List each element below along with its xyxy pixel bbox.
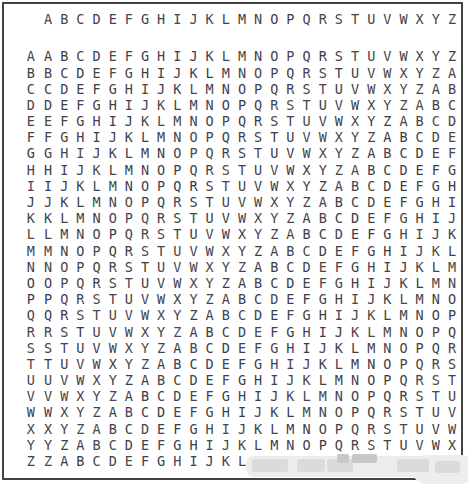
grid-cell: H xyxy=(379,243,395,259)
grid-cell: Y xyxy=(121,357,137,373)
tabula-recta-page: ABCDEFGHIJKLMNOPQRSTUVWXYZ AABCDEFGHIJKL… xyxy=(0,0,468,489)
grid-cell: O xyxy=(331,405,347,421)
grid-cell: T xyxy=(299,98,315,114)
grid-cell: S xyxy=(40,340,56,356)
grid-cell: Y xyxy=(218,259,234,275)
grid-cell: O xyxy=(315,421,331,437)
grid-cell: Q xyxy=(428,340,444,356)
grid-cell: H xyxy=(185,438,201,454)
grid-cell: K xyxy=(250,421,266,437)
grid-cell: Q xyxy=(88,259,104,275)
grid-cell: G xyxy=(88,98,104,114)
grid-cell: L xyxy=(395,292,411,308)
grid-cell: M xyxy=(299,405,315,421)
grid-cell: L xyxy=(169,98,185,114)
grid-cell: O xyxy=(347,389,363,405)
grid-cell: Y xyxy=(412,65,428,81)
column-header-row: ABCDEFGHIJKLMNOPQRSTUVWXYZ xyxy=(4,12,460,28)
grid-cell: X xyxy=(315,146,331,162)
grid-cell: X xyxy=(347,114,363,130)
grid-cell: S xyxy=(234,146,250,162)
grid-cell: I xyxy=(315,324,331,340)
grid-cell: O xyxy=(299,438,315,454)
grid-cell: E xyxy=(395,179,411,195)
grid-cell: F xyxy=(137,454,153,470)
grid-cell: P xyxy=(428,324,444,340)
grid-cell: K xyxy=(363,308,379,324)
grid-cell: Y xyxy=(282,195,298,211)
grid-cell: E xyxy=(315,259,331,275)
grid-cell: Z xyxy=(40,454,56,470)
grid-cell: G xyxy=(315,292,331,308)
grid-cell: W xyxy=(169,276,185,292)
grid-cell: B xyxy=(72,454,88,470)
grid-cell: A xyxy=(40,49,56,65)
grid-cell: P xyxy=(363,389,379,405)
grid-cell: B xyxy=(56,49,72,65)
grid-cell: J xyxy=(121,114,137,130)
grid-cell: U xyxy=(363,49,379,65)
grid-cell: Q xyxy=(379,389,395,405)
column-header-cell: N xyxy=(250,12,266,28)
grid-cell: G xyxy=(331,276,347,292)
row-header-cell: E xyxy=(4,114,40,130)
grid-cell: C xyxy=(347,195,363,211)
grid-cell: Q xyxy=(363,405,379,421)
grid-cell: Y xyxy=(137,340,153,356)
grid-cell: O xyxy=(363,373,379,389)
grid-cell: Q xyxy=(444,324,460,340)
grid-cell: Z xyxy=(105,389,121,405)
grid-cell: J xyxy=(185,49,201,65)
grid-cell: J xyxy=(218,438,234,454)
grid-cell: K xyxy=(331,340,347,356)
grid-cell: A xyxy=(153,357,169,373)
grid-cell: X xyxy=(412,49,428,65)
grid-cell: K xyxy=(185,65,201,81)
grid-cell: C xyxy=(40,81,56,97)
grid-cell: K xyxy=(202,49,218,65)
grid-cell: H xyxy=(282,340,298,356)
grid-cell: B xyxy=(40,65,56,81)
grid-cell: O xyxy=(185,130,201,146)
grid-cell: V xyxy=(266,162,282,178)
grid-cell: T xyxy=(88,308,104,324)
grid-cell: V xyxy=(282,146,298,162)
grid-cell: S xyxy=(412,389,428,405)
grid-cell: B xyxy=(412,114,428,130)
grid-cell: S xyxy=(88,292,104,308)
grid-cell: Z xyxy=(121,373,137,389)
grid-cell: G xyxy=(121,65,137,81)
grid-cell: M xyxy=(202,81,218,97)
grid-cell: V xyxy=(379,49,395,65)
grid-cell: I xyxy=(395,243,411,259)
grid-cell: C xyxy=(121,421,137,437)
grid-cell: A xyxy=(56,454,72,470)
grid-cell: Q xyxy=(347,421,363,437)
row-header-cell: Y xyxy=(4,438,40,454)
grid-cell: D xyxy=(88,49,104,65)
grid-cell: O xyxy=(56,259,72,275)
grid-cell: W xyxy=(137,308,153,324)
grid-cell: P xyxy=(282,49,298,65)
grid-cell: B xyxy=(395,130,411,146)
grid-cell: A xyxy=(379,130,395,146)
grid-cell: I xyxy=(185,454,201,470)
grid-cell: R xyxy=(105,259,121,275)
grid-cell: A xyxy=(444,65,460,81)
grid-cell: Q xyxy=(72,276,88,292)
grid-cell: Q xyxy=(250,98,266,114)
grid-cell: U xyxy=(169,243,185,259)
grid-cell: F xyxy=(121,49,137,65)
grid-cell: Z xyxy=(153,340,169,356)
grid-cell: R xyxy=(202,162,218,178)
grid-cell: E xyxy=(282,292,298,308)
grid-cell: L xyxy=(315,373,331,389)
grid-cell: L xyxy=(299,389,315,405)
row-header-cell: I xyxy=(4,179,40,195)
grid-cell: C xyxy=(202,340,218,356)
grid-cell: Q xyxy=(185,162,201,178)
row-header-cell: T xyxy=(4,357,40,373)
grid-cell: J xyxy=(153,81,169,97)
grid-cell: Y xyxy=(202,276,218,292)
grid-cell: Q xyxy=(234,114,250,130)
grid-cell: D xyxy=(282,276,298,292)
grid-cell: X xyxy=(266,195,282,211)
grid-cell: L xyxy=(331,357,347,373)
grid-cell: Z xyxy=(72,421,88,437)
grid-cell: S xyxy=(185,195,201,211)
grid-cell: C xyxy=(56,65,72,81)
grid-cell: M xyxy=(347,357,363,373)
column-header-cell: P xyxy=(282,12,298,28)
grid-cell: F xyxy=(250,340,266,356)
grid-cell: D xyxy=(105,454,121,470)
grid-cell: P xyxy=(266,65,282,81)
grid-cell: L xyxy=(282,405,298,421)
row-header-cell: H xyxy=(4,162,40,178)
grid-cell: M xyxy=(72,211,88,227)
grid-cell: X xyxy=(299,162,315,178)
blur-mark xyxy=(337,454,349,463)
grid-cell: Z xyxy=(315,179,331,195)
grid-cell: B xyxy=(169,357,185,373)
grid-cell: E xyxy=(88,65,104,81)
blur-mark xyxy=(352,454,377,463)
grid-cell: G xyxy=(169,438,185,454)
grid-cell: B xyxy=(250,276,266,292)
grid-cell: Z xyxy=(137,357,153,373)
grid-cell: H xyxy=(137,65,153,81)
grid-cell: I xyxy=(202,438,218,454)
grid-cell: I xyxy=(379,259,395,275)
grid-cell: Z xyxy=(169,324,185,340)
grid-cell: B xyxy=(282,243,298,259)
grid-cell: T xyxy=(315,81,331,97)
grid-cell: V xyxy=(202,227,218,243)
grid-cell: E xyxy=(105,49,121,65)
grid-cell: W xyxy=(428,438,444,454)
grid-cell: O xyxy=(137,179,153,195)
grid-cell: J xyxy=(412,243,428,259)
grid-cell: A xyxy=(185,324,201,340)
grid-cell: N xyxy=(121,179,137,195)
row-header-cell: L xyxy=(4,227,40,243)
grid-cell: D xyxy=(40,98,56,114)
grid-cell: F xyxy=(88,81,104,97)
grid-cell: D xyxy=(137,421,153,437)
grid-cell: Y xyxy=(234,243,250,259)
grid-cell: X xyxy=(105,357,121,373)
grid-cell: Y xyxy=(185,292,201,308)
grid-cell: P xyxy=(444,308,460,324)
grid-cell: T xyxy=(137,259,153,275)
grid-cell: Y xyxy=(331,146,347,162)
grid-cell: K xyxy=(412,259,428,275)
grid-cell: U xyxy=(137,276,153,292)
grid-cell: U xyxy=(250,162,266,178)
grid-cell: H xyxy=(363,259,379,275)
grid-cell: T xyxy=(169,227,185,243)
grid-cell: R xyxy=(56,308,72,324)
grid-cell: T xyxy=(72,324,88,340)
blur-blob xyxy=(397,459,429,472)
grid-cell: H xyxy=(347,276,363,292)
grid-cell: K xyxy=(169,81,185,97)
column-header-cell: U xyxy=(363,12,379,28)
cipher-grid: AABCDEFGHIJKLMNOPQRSTUVWXYZBBCDEFGHIJKLM… xyxy=(4,49,460,470)
grid-cell: O xyxy=(88,227,104,243)
grid-cell: W xyxy=(121,324,137,340)
grid-cell: A xyxy=(88,421,104,437)
grid-cell: P xyxy=(218,114,234,130)
grid-cell: X xyxy=(218,243,234,259)
grid-cell: B xyxy=(266,259,282,275)
grid-cell: G xyxy=(363,243,379,259)
grid-cell: L xyxy=(40,227,56,243)
grid-cell: L xyxy=(250,438,266,454)
grid-cell: G xyxy=(347,259,363,275)
grid-cell: G xyxy=(153,454,169,470)
grid-cell: K xyxy=(234,438,250,454)
grid-cell: S xyxy=(395,405,411,421)
grid-cell: L xyxy=(218,49,234,65)
grid-cell: G xyxy=(72,114,88,130)
grid-cell: V xyxy=(218,211,234,227)
grid-cell: P xyxy=(315,438,331,454)
grid-cell: M xyxy=(363,340,379,356)
row-header-cell: B xyxy=(4,65,40,81)
grid-cell: U xyxy=(444,389,460,405)
grid-cell: I xyxy=(40,179,56,195)
grid-cell: H xyxy=(121,81,137,97)
grid-cell: O xyxy=(72,243,88,259)
grid-cell: M xyxy=(153,130,169,146)
grid-cell: Y xyxy=(88,389,104,405)
grid-cell: W xyxy=(202,243,218,259)
row-header-cell: Q xyxy=(4,308,40,324)
column-header-cell: Y xyxy=(428,12,444,28)
grid-cell: C xyxy=(218,324,234,340)
grid-cell: F xyxy=(202,389,218,405)
grid-cell: T xyxy=(56,340,72,356)
grid-cell: O xyxy=(379,357,395,373)
row-header-cell: G xyxy=(4,146,40,162)
grid-cell: X xyxy=(331,130,347,146)
grid-cell: I xyxy=(299,340,315,356)
grid-cell: J xyxy=(282,373,298,389)
grid-cell: P xyxy=(105,227,121,243)
grid-cell: H xyxy=(412,211,428,227)
grid-cell: F xyxy=(347,243,363,259)
grid-cell: T xyxy=(234,162,250,178)
grid-cell: E xyxy=(153,421,169,437)
grid-cell: Z xyxy=(218,276,234,292)
column-header-cell: R xyxy=(315,12,331,28)
grid-cell: H xyxy=(395,227,411,243)
grid-cell: O xyxy=(266,49,282,65)
grid-cell: X xyxy=(363,98,379,114)
column-header-cell: W xyxy=(395,12,411,28)
grid-cell: P xyxy=(56,276,72,292)
grid-cell: S xyxy=(428,373,444,389)
grid-cell: G xyxy=(299,308,315,324)
grid-cell: N xyxy=(315,405,331,421)
grid-cell: K xyxy=(40,211,56,227)
grid-cell: R xyxy=(40,324,56,340)
grid-cell: W xyxy=(153,292,169,308)
grid-cell: D xyxy=(428,130,444,146)
grid-cell: K xyxy=(218,454,234,470)
grid-cell: Z xyxy=(88,405,104,421)
grid-cell: R xyxy=(72,292,88,308)
grid-cell: T xyxy=(40,357,56,373)
grid-cell: I xyxy=(444,195,460,211)
grid-cell: L xyxy=(347,340,363,356)
grid-cell: B xyxy=(363,162,379,178)
grid-cell: I xyxy=(153,65,169,81)
grid-cell: B xyxy=(331,195,347,211)
grid-cell: H xyxy=(250,373,266,389)
grid-cell: J xyxy=(444,211,460,227)
grid-cell: K xyxy=(428,243,444,259)
grid-cell: V xyxy=(153,276,169,292)
grid-cell: V xyxy=(250,179,266,195)
grid-cell: C xyxy=(137,405,153,421)
grid-cell: W xyxy=(266,179,282,195)
column-header-cell: S xyxy=(331,12,347,28)
grid-cell: D xyxy=(121,438,137,454)
column-header-cell: J xyxy=(185,12,201,28)
grid-cell: G xyxy=(218,389,234,405)
grid-cell: H xyxy=(72,130,88,146)
grid-cell: D xyxy=(299,259,315,275)
grid-cell: H xyxy=(299,324,315,340)
grid-cell: O xyxy=(169,146,185,162)
grid-cell: A xyxy=(266,243,282,259)
grid-cell: R xyxy=(428,357,444,373)
grid-cell: P xyxy=(72,259,88,275)
grid-cell: M xyxy=(379,324,395,340)
grid-cell: F xyxy=(266,324,282,340)
row-header-cell: P xyxy=(4,292,40,308)
grid-cell: S xyxy=(56,324,72,340)
grid-cell: F xyxy=(315,276,331,292)
row-header-cell: W xyxy=(4,405,40,421)
grid-cell: Z xyxy=(395,98,411,114)
row-header-cell: C xyxy=(4,81,40,97)
grid-cell: Z xyxy=(185,308,201,324)
grid-cell: F xyxy=(395,195,411,211)
grid-cell: M xyxy=(218,65,234,81)
grid-cell: P xyxy=(395,357,411,373)
grid-cell: F xyxy=(331,259,347,275)
grid-cell: Y xyxy=(315,162,331,178)
grid-cell: O xyxy=(395,340,411,356)
grid-cell: O xyxy=(218,98,234,114)
grid-cell: W xyxy=(379,65,395,81)
grid-cell: M xyxy=(444,259,460,275)
grid-cell: H xyxy=(153,49,169,65)
grid-cell: T xyxy=(105,292,121,308)
grid-cell: M xyxy=(282,421,298,437)
grid-cell: J xyxy=(315,340,331,356)
grid-cell: G xyxy=(250,357,266,373)
grid-cell: Y xyxy=(40,438,56,454)
grid-cell: G xyxy=(185,421,201,437)
grid-cell: P xyxy=(347,405,363,421)
grid-cell: F xyxy=(282,308,298,324)
grid-cell: S xyxy=(250,130,266,146)
grid-cell: A xyxy=(121,389,137,405)
grid-cell: W xyxy=(185,259,201,275)
grid-cell: D xyxy=(363,195,379,211)
grid-cell: D xyxy=(234,324,250,340)
grid-cell: U xyxy=(299,114,315,130)
grid-cell: R xyxy=(282,81,298,97)
grid-cell: U xyxy=(72,340,88,356)
grid-cell: I xyxy=(428,211,444,227)
grid-cell: V xyxy=(88,340,104,356)
grid-cell: K xyxy=(395,276,411,292)
grid-cell: R xyxy=(234,130,250,146)
grid-cell: M xyxy=(88,195,104,211)
grid-cell: U xyxy=(331,81,347,97)
grid-cell: R xyxy=(250,114,266,130)
grid-cell: Z xyxy=(428,65,444,81)
grid-cell: Z xyxy=(202,292,218,308)
grid-cell: W xyxy=(444,421,460,437)
grid-cell: X xyxy=(444,438,460,454)
grid-cell: A xyxy=(250,259,266,275)
grid-cell: A xyxy=(331,179,347,195)
grid-cell: V xyxy=(169,259,185,275)
grid-cell: M xyxy=(412,292,428,308)
grid-cell: D xyxy=(153,405,169,421)
grid-cell: Q xyxy=(121,227,137,243)
grid-cell: F xyxy=(218,373,234,389)
grid-cell: Y xyxy=(56,421,72,437)
grid-cell: H xyxy=(218,405,234,421)
grid-cell: D xyxy=(379,179,395,195)
grid-cell: X xyxy=(88,373,104,389)
grid-cell: Z xyxy=(363,130,379,146)
grid-cell: N xyxy=(202,98,218,114)
grid-cell: V xyxy=(347,81,363,97)
